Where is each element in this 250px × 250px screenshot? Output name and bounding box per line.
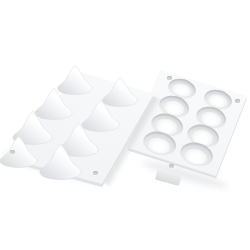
corner-hole (167, 76, 172, 80)
corner-hole (169, 164, 174, 168)
cavity-dome (146, 134, 172, 155)
corner-hole (235, 99, 240, 103)
corner-hole (93, 171, 98, 175)
product-photo (0, 0, 250, 250)
corner-hole (10, 150, 15, 154)
cone-cavity (38, 142, 83, 180)
cavity-dome (183, 145, 209, 166)
cone-cavity (0, 134, 39, 168)
